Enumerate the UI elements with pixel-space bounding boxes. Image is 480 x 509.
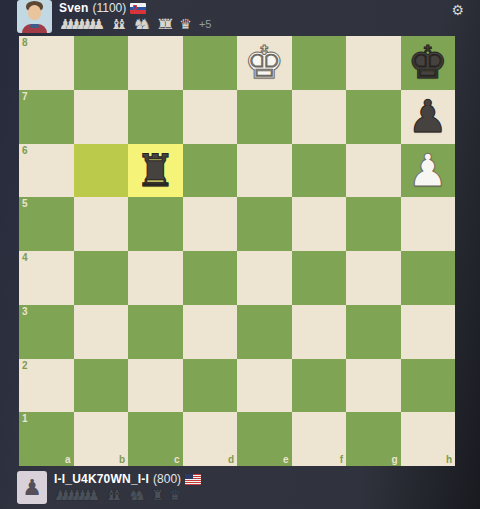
material-advantage: +5 <box>199 18 212 30</box>
square-a7[interactable]: 7 <box>19 90 74 144</box>
square-g5[interactable] <box>346 197 401 251</box>
captured-pawns: ♟♟♟♟♟♟♟ <box>54 487 100 503</box>
square-d8[interactable] <box>183 36 238 90</box>
rank-label-6: 6 <box>22 145 28 156</box>
square-a6[interactable]: 6 <box>19 144 74 198</box>
self-rating: (800) <box>153 473 181 486</box>
file-label-a: a <box>65 454 71 465</box>
rank-label-3: 3 <box>22 306 28 317</box>
rank-label-8: 8 <box>22 37 28 48</box>
self-captured-icons: ♟♟♟♟♟♟♟♝♝♞♞♜♛ <box>54 487 186 503</box>
captured-piece-icon: ♝ <box>111 487 124 503</box>
black-rook-c6[interactable]: ♜ <box>128 144 183 198</box>
captured-bishops: ♝♝ <box>110 16 128 32</box>
captured-bishops: ♝♝ <box>105 487 123 503</box>
square-g4[interactable] <box>346 251 401 305</box>
square-d6[interactable] <box>183 144 238 198</box>
settings-gear-icon[interactable]: ⚙ <box>451 3 464 17</box>
captured-piece-icon: ♝ <box>116 16 129 32</box>
square-f7[interactable] <box>292 90 347 144</box>
opponent-captured-pieces: ♟♟♟♟♟♟♟♝♝♞♞♜♜♛ +5 <box>59 16 211 32</box>
captured-queens: ♛ <box>179 16 192 32</box>
file-label-g: g <box>391 454 397 465</box>
self-avatar[interactable]: ♟ <box>17 471 47 504</box>
captured-knights: ♞♞ <box>133 16 151 32</box>
square-d4[interactable] <box>183 251 238 305</box>
square-d2[interactable] <box>183 359 238 413</box>
square-f6[interactable] <box>292 144 347 198</box>
square-h6[interactable]: ♟ <box>401 144 456 198</box>
square-c6[interactable]: ♜ <box>128 144 183 198</box>
opponent-player-bar: Sven (1100) ♟♟♟♟♟♟♟♝♝♞♞♜♜♛ +5 <box>17 0 454 36</box>
square-h2[interactable] <box>401 359 456 413</box>
square-g8[interactable] <box>346 36 401 90</box>
avatar-collar <box>30 24 39 28</box>
pawn-avatar-icon: ♟ <box>22 477 42 499</box>
captured-piece-icon: ♟ <box>92 16 105 32</box>
captured-piece-icon: ♛ <box>169 487 182 503</box>
rank-label-4: 4 <box>22 252 28 263</box>
white-king-e8[interactable]: ♚ <box>237 36 292 90</box>
captured-piece-icon: ♜ <box>151 487 164 503</box>
square-b5[interactable] <box>74 197 129 251</box>
self-name-row: I-I_U4K70WN_I-I (800) <box>54 473 201 486</box>
opponent-name-row: Sven (1100) <box>59 2 211 15</box>
square-g1[interactable]: g <box>346 412 401 466</box>
square-h5[interactable] <box>401 197 456 251</box>
square-c5[interactable] <box>128 197 183 251</box>
square-f4[interactable] <box>292 251 347 305</box>
square-d7[interactable] <box>183 90 238 144</box>
square-f5[interactable] <box>292 197 347 251</box>
captured-piece-icon: ♞ <box>134 487 147 503</box>
square-e8[interactable]: ♚ <box>237 36 292 90</box>
opponent-info: Sven (1100) ♟♟♟♟♟♟♟♝♝♞♞♜♜♛ +5 <box>59 0 211 32</box>
square-c3[interactable] <box>128 305 183 359</box>
self-info: I-I_U4K70WN_I-I (800) ♟♟♟♟♟♟♟♝♝♞♞♜♛ <box>54 471 201 503</box>
square-e1[interactable]: e <box>237 412 292 466</box>
square-a4[interactable]: 4 <box>19 251 74 305</box>
square-e7[interactable] <box>237 90 292 144</box>
square-e6[interactable] <box>237 144 292 198</box>
captured-piece-icon: ♜ <box>162 16 175 32</box>
opponent-avatar[interactable] <box>17 0 52 33</box>
opponent-captured-icons: ♟♟♟♟♟♟♟♝♝♞♞♜♜♛ <box>59 16 197 32</box>
square-b8[interactable] <box>74 36 129 90</box>
square-d1[interactable]: d <box>183 412 238 466</box>
captured-knights: ♞♞ <box>128 487 146 503</box>
rank-label-5: 5 <box>22 198 28 209</box>
black-pawn-h7[interactable]: ♟ <box>401 90 456 144</box>
square-e2[interactable] <box>237 359 292 413</box>
captured-piece-icon: ♟ <box>87 487 100 503</box>
chess-board: 8♚♚7♟6♜♟54321abcdefgh <box>19 36 455 466</box>
square-h7[interactable]: ♟ <box>401 90 456 144</box>
square-g2[interactable] <box>346 359 401 413</box>
captured-piece-icon: ♛ <box>179 16 192 32</box>
square-f3[interactable] <box>292 305 347 359</box>
square-b3[interactable] <box>74 305 129 359</box>
black-king-h8[interactable]: ♚ <box>401 36 456 90</box>
square-h3[interactable] <box>401 305 456 359</box>
square-b4[interactable] <box>74 251 129 305</box>
self-player-bar: ♟ I-I_U4K70WN_I-I (800) ♟♟♟♟♟♟♟♝♝♞♞♜♛ <box>17 471 454 509</box>
captured-rooks: ♜ <box>151 487 164 503</box>
rank-label-2: 2 <box>22 360 28 371</box>
square-b7[interactable] <box>74 90 129 144</box>
white-pawn-h6[interactable]: ♟ <box>401 144 456 198</box>
self-name[interactable]: I-I_U4K70WN_I-I <box>54 473 149 486</box>
square-a3[interactable]: 3 <box>19 305 74 359</box>
file-label-e: e <box>283 454 289 465</box>
square-b2[interactable] <box>74 359 129 413</box>
square-b6[interactable] <box>74 144 129 198</box>
rank-label-7: 7 <box>22 91 28 102</box>
square-g6[interactable] <box>346 144 401 198</box>
square-c2[interactable] <box>128 359 183 413</box>
square-c4[interactable] <box>128 251 183 305</box>
square-e5[interactable] <box>237 197 292 251</box>
square-g7[interactable] <box>346 90 401 144</box>
square-a8[interactable]: 8 <box>19 36 74 90</box>
square-g3[interactable] <box>346 305 401 359</box>
game-screen: Sven (1100) ♟♟♟♟♟♟♟♝♝♞♞♜♜♛ +5 ⚙ 8♚♚7♟6♜♟… <box>0 0 480 509</box>
square-c7[interactable] <box>128 90 183 144</box>
file-label-d: d <box>228 454 234 465</box>
captured-rooks: ♜♜ <box>156 16 174 32</box>
file-label-c: c <box>174 454 180 465</box>
square-h1[interactable]: h <box>401 412 456 466</box>
self-captured-pieces: ♟♟♟♟♟♟♟♝♝♞♞♜♛ <box>54 487 201 503</box>
square-a1[interactable]: 1a <box>19 412 74 466</box>
rank-label-1: 1 <box>22 413 28 424</box>
us-flag-icon <box>185 474 201 485</box>
square-d3[interactable] <box>183 305 238 359</box>
square-c1[interactable]: c <box>128 412 183 466</box>
file-label-f: f <box>340 454 343 465</box>
square-f8[interactable] <box>292 36 347 90</box>
square-f1[interactable]: f <box>292 412 347 466</box>
captured-piece-icon: ♞ <box>139 16 152 32</box>
avatar-face <box>28 5 41 20</box>
square-e4[interactable] <box>237 251 292 305</box>
opponent-name[interactable]: Sven <box>59 2 88 15</box>
captured-pawns: ♟♟♟♟♟♟♟ <box>59 16 105 32</box>
square-c8[interactable] <box>128 36 183 90</box>
file-label-h: h <box>446 454 452 465</box>
square-b1[interactable]: b <box>74 412 129 466</box>
square-a5[interactable]: 5 <box>19 197 74 251</box>
square-h8[interactable]: ♚ <box>401 36 456 90</box>
square-d5[interactable] <box>183 197 238 251</box>
captured-queens: ♛ <box>169 487 182 503</box>
slovenia-flag-icon <box>130 3 146 14</box>
opponent-rating: (1100) <box>92 2 126 15</box>
square-e3[interactable] <box>237 305 292 359</box>
file-label-b: b <box>119 454 125 465</box>
square-f2[interactable] <box>292 359 347 413</box>
square-h4[interactable] <box>401 251 456 305</box>
square-a2[interactable]: 2 <box>19 359 74 413</box>
